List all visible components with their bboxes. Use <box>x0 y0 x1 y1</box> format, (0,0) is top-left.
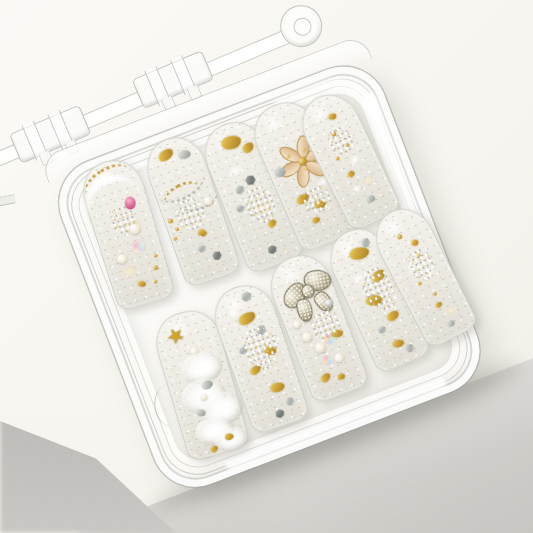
gold-fleck <box>138 281 147 288</box>
silver-sequin <box>235 204 245 214</box>
cream-patch <box>119 263 140 280</box>
silver-foil <box>364 194 375 204</box>
nail-set: ★ <box>0 0 529 18</box>
cream-patch <box>444 304 458 317</box>
gold-bead <box>153 280 158 285</box>
gold-fleck <box>347 170 356 179</box>
dark-sequin <box>267 244 278 255</box>
pearl <box>116 253 128 265</box>
gold-bead <box>174 227 179 232</box>
silver-sequin <box>403 342 416 355</box>
gold-foil <box>348 246 370 261</box>
gold-bead <box>152 265 158 271</box>
gold-fleck <box>435 301 443 309</box>
silver-sequin <box>241 291 252 302</box>
dark-sequin <box>210 250 223 263</box>
gold-fleck <box>312 216 321 224</box>
case-rotation-wrapper: ★ <box>0 0 533 533</box>
gold-foil <box>157 147 176 164</box>
photo-stage: ★ <box>0 0 533 533</box>
gold-fleck <box>328 113 337 120</box>
pearl <box>333 352 345 364</box>
gold-foil <box>241 140 256 155</box>
silver-foil <box>177 150 191 161</box>
silver-foil <box>446 320 456 329</box>
dark-sequin <box>275 408 286 419</box>
silver-foil <box>273 167 285 177</box>
silver-sequin <box>283 395 296 408</box>
gold-fleck <box>337 373 346 380</box>
gold-bead <box>433 292 438 297</box>
star-charm: ★ <box>162 321 190 349</box>
gold-foil <box>319 371 332 383</box>
white-dot <box>350 182 362 194</box>
ab-round <box>131 239 147 254</box>
gold-bead <box>417 281 422 286</box>
glitter <box>403 244 439 284</box>
silver-sequin <box>234 185 246 197</box>
gold-fleck <box>412 239 420 246</box>
gold-foil <box>385 309 400 323</box>
glitter <box>237 321 283 374</box>
pearl <box>301 331 314 343</box>
gold-bead <box>397 234 404 241</box>
gold-fleck <box>197 228 208 238</box>
cream-patch <box>361 173 376 187</box>
gold-bead <box>173 236 178 241</box>
gold-foil <box>270 382 286 394</box>
ab-hex <box>319 353 335 369</box>
silver-sequin <box>378 325 387 334</box>
gold-bead <box>154 253 159 258</box>
gold-foil <box>221 135 243 152</box>
gold-foil <box>392 338 405 348</box>
gold-bead <box>168 218 174 224</box>
white-dot <box>226 162 245 179</box>
white-dot <box>347 153 362 167</box>
silver-sequin <box>197 244 206 253</box>
gold-bead <box>335 156 340 161</box>
